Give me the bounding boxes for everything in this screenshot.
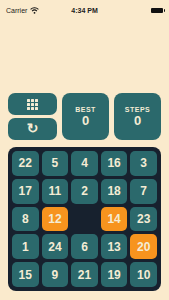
restart-button[interactable]: ↻ xyxy=(8,118,57,140)
button-column: ↻ xyxy=(8,93,57,140)
tile-12[interactable]: 12 xyxy=(42,207,69,232)
tile-5[interactable]: 5 xyxy=(42,151,69,176)
best-label: BEST xyxy=(75,106,96,113)
shuffle-button[interactable] xyxy=(8,93,57,115)
tile-17[interactable]: 17 xyxy=(12,179,39,204)
tile-6[interactable]: 6 xyxy=(71,234,98,259)
puzzle-app: Carrier 4:34 PM ↻ BEST 0 xyxy=(0,0,169,300)
carrier-label: Carrier xyxy=(6,7,27,14)
tile-16[interactable]: 16 xyxy=(101,151,128,176)
controls-row: ↻ BEST 0 STEPS 0 xyxy=(8,93,161,140)
empty-cell xyxy=(71,207,98,232)
tile-3[interactable]: 3 xyxy=(130,151,157,176)
best-value: 0 xyxy=(82,114,89,127)
wifi-icon xyxy=(30,7,39,14)
tile-8[interactable]: 8 xyxy=(12,207,39,232)
tile-10[interactable]: 10 xyxy=(130,262,157,287)
tile-11[interactable]: 11 xyxy=(42,179,69,204)
tile-2[interactable]: 2 xyxy=(71,179,98,204)
tile-23[interactable]: 23 xyxy=(130,207,157,232)
tile-9[interactable]: 9 xyxy=(42,262,69,287)
steps-value: 0 xyxy=(134,114,141,127)
tile-14[interactable]: 14 xyxy=(101,207,128,232)
steps-label: STEPS xyxy=(125,106,150,113)
battery-icon xyxy=(151,8,163,13)
puzzle-board: 225416317112187812142312461320159211910 xyxy=(8,147,161,291)
tile-21[interactable]: 21 xyxy=(71,262,98,287)
carrier-area: Carrier xyxy=(6,7,39,14)
tile-18[interactable]: 18 xyxy=(101,179,128,204)
status-bar: Carrier 4:34 PM xyxy=(0,0,169,20)
tile-19[interactable]: 19 xyxy=(101,262,128,287)
tile-24[interactable]: 24 xyxy=(42,234,69,259)
grid-icon xyxy=(27,99,38,110)
steps-box: STEPS 0 xyxy=(114,93,161,140)
refresh-icon: ↻ xyxy=(27,121,39,135)
tile-1[interactable]: 1 xyxy=(12,234,39,259)
tile-15[interactable]: 15 xyxy=(12,262,39,287)
tile-4[interactable]: 4 xyxy=(71,151,98,176)
tile-13[interactable]: 13 xyxy=(101,234,128,259)
best-score-box: BEST 0 xyxy=(62,93,109,140)
tile-20[interactable]: 20 xyxy=(130,234,157,259)
tile-22[interactable]: 22 xyxy=(12,151,39,176)
tile-7[interactable]: 7 xyxy=(130,179,157,204)
